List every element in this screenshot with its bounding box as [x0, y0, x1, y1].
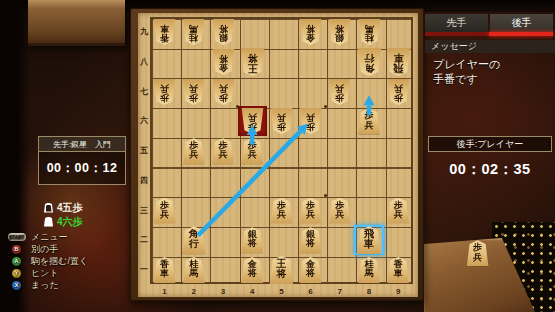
tab-underline-gote-active [489, 32, 553, 36]
sente-clock: 00：00：12 [39, 152, 125, 185]
shogi-piece-gote-P[interactable]: 歩兵 [153, 198, 176, 224]
shogi-piece-gote-P[interactable]: 歩兵 [466, 240, 489, 266]
gote-move-icon [44, 203, 53, 213]
shogi-piece-gote-N[interactable]: 桂馬 [182, 257, 205, 283]
menu-item-menu[interactable]: START メニュー [7, 231, 127, 243]
tab-sente[interactable]: 先手 [425, 14, 488, 32]
rank-label-七: 七 [138, 76, 150, 106]
sente-move-icon [44, 217, 53, 227]
sente-info-panel: 先手:銀星 入門 00：00：12 [38, 136, 126, 185]
shogi-piece-gote-P[interactable]: 歩兵 [358, 108, 381, 134]
shogi-piece-gote-G[interactable]: 金将 [299, 257, 322, 283]
controls-menu: START メニュー B 別の手 A 駒を掴む/置く Y ヒント X まった [7, 231, 127, 291]
shogi-piece-gote-P[interactable]: 歩兵 [270, 198, 293, 224]
tab-underline-sente [425, 32, 489, 36]
menu-item-another-move[interactable]: B 別の手 [7, 243, 127, 255]
shogi-piece-gote-P[interactable]: 歩兵 [212, 138, 235, 164]
shogi-piece-gote-P[interactable]: 歩兵 [328, 198, 351, 224]
shogi-piece-gote-P[interactable]: 歩兵 [182, 138, 205, 164]
shogi-piece-gote-P[interactable]: 歩兵 [241, 138, 264, 164]
shogi-piece-gote-R[interactable]: 飛車 [357, 226, 382, 254]
b-button-icon: B [12, 245, 21, 254]
start-button-icon: START [8, 233, 26, 241]
menu-item-hint[interactable]: Y ヒント [7, 267, 127, 279]
gote-move-text: 4五歩 [57, 201, 83, 215]
file-label-5: 5 [267, 286, 296, 296]
star-point [324, 105, 327, 108]
rank-label-二: 二 [138, 225, 150, 255]
y-button-icon: Y [12, 269, 21, 278]
shogi-piece-gote-S[interactable]: 銀将 [299, 227, 322, 253]
shogi-piece-gote-G[interactable]: 金将 [241, 257, 264, 283]
rank-label-八: 八 [138, 47, 150, 77]
sente-player-label: 先手:銀星 入門 [39, 137, 125, 152]
gote-player-label: 後手:プレイヤー [428, 136, 552, 152]
rank-label-六: 六 [138, 106, 150, 136]
rank-label-九: 九 [138, 17, 150, 47]
game-screen: 九八七六五四三二一123456789香車桂馬銀将金将銀将桂馬金将王将角行飛車歩兵… [0, 0, 555, 312]
shogi-piece-gote-P[interactable]: 歩兵 [299, 198, 322, 224]
move-row-sente: 4六歩 [44, 215, 83, 228]
file-label-4: 4 [238, 286, 267, 296]
shogi-piece-gote-P[interactable]: 歩兵 [387, 198, 410, 224]
x-button-icon: X [12, 281, 21, 290]
file-label-6: 6 [296, 286, 325, 296]
rank-label-四: 四 [138, 166, 150, 196]
message-line2: 手番です [433, 72, 553, 87]
shogi-piece-gote-B[interactable]: 角行 [181, 226, 206, 254]
shogi-piece-gote-N[interactable]: 桂馬 [358, 257, 381, 283]
file-label-8: 8 [354, 286, 383, 296]
message-line1: プレイヤーの [433, 57, 553, 72]
shogi-piece-gote-S[interactable]: 銀将 [241, 227, 264, 253]
rank-label-五: 五 [138, 136, 150, 166]
rank-label-一: 一 [138, 255, 150, 285]
a-button-icon: A [12, 257, 21, 266]
sente-captured-tray [28, 0, 125, 46]
file-label-2: 2 [179, 286, 208, 296]
move-row-gote: 4五歩 [44, 201, 83, 214]
file-label-9: 9 [384, 286, 413, 296]
sente-move-text: 4六歩 [57, 215, 83, 229]
file-label-1: 1 [150, 286, 179, 296]
rank-label-三: 三 [138, 195, 150, 225]
menu-item-undo-label: まった [31, 279, 59, 292]
shogi-piece-gote-L[interactable]: 香車 [387, 257, 410, 283]
menu-item-grab-place[interactable]: A 駒を掴む/置く [7, 255, 127, 267]
shogi-piece-gote-K[interactable]: 王将 [269, 256, 294, 284]
tab-gote[interactable]: 後手 [490, 14, 553, 32]
shogi-piece-gote-L[interactable]: 香車 [153, 257, 176, 283]
message-header: メッセージ [425, 40, 555, 53]
file-label-7: 7 [325, 286, 354, 296]
menu-item-undo[interactable]: X まった [7, 279, 127, 291]
star-point [324, 194, 327, 197]
file-label-3: 3 [208, 286, 237, 296]
star-point [236, 194, 239, 197]
gote-clock: 00：02：35 [428, 155, 552, 183]
